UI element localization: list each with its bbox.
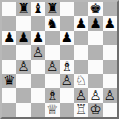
piece-black-pawn: ♟ [18, 31, 30, 44]
square-d7[interactable]: ♞ [45, 16, 59, 30]
square-f2[interactable]: ♙ [74, 88, 88, 102]
square-c8[interactable]: ♝ [31, 2, 45, 16]
square-a6[interactable]: ♟ [2, 31, 16, 45]
square-e8[interactable] [60, 2, 74, 16]
piece-white-knight: ♘ [75, 74, 87, 87]
square-e3[interactable]: ♙ [60, 74, 74, 88]
square-e7[interactable] [60, 16, 74, 30]
piece-black-pawn: ♟ [89, 16, 101, 29]
square-a8[interactable] [2, 2, 16, 16]
chess-diagram: ♜♝♜♚♞♟♟♟♟♟♟♟♙♙♙♗♛♙♘♗♙♙♙♕♖♔ [0, 0, 119, 119]
piece-white-king: ♔ [89, 103, 101, 116]
square-c5[interactable]: ♙ [31, 45, 45, 59]
piece-black-pawn: ♟ [32, 31, 44, 44]
square-b8[interactable]: ♜ [16, 2, 30, 16]
piece-white-bishop: ♗ [46, 88, 58, 101]
piece-white-queen: ♕ [46, 103, 58, 116]
square-f1[interactable]: ♖ [74, 103, 88, 117]
square-e5[interactable] [60, 45, 74, 59]
piece-white-pawn: ♙ [89, 88, 101, 101]
piece-black-pawn: ♟ [61, 31, 73, 44]
square-h7[interactable]: ♟ [103, 16, 117, 30]
square-d6[interactable] [45, 31, 59, 45]
piece-white-pawn: ♙ [61, 74, 73, 87]
square-h3[interactable] [103, 74, 117, 88]
piece-black-rook: ♜ [46, 2, 58, 15]
square-f7[interactable]: ♟ [74, 16, 88, 30]
piece-white-pawn: ♙ [46, 60, 58, 73]
piece-black-king: ♚ [89, 2, 101, 15]
square-f3[interactable]: ♘ [74, 74, 88, 88]
square-a1[interactable] [2, 103, 16, 117]
square-h6[interactable] [103, 31, 117, 45]
square-e1[interactable] [60, 103, 74, 117]
square-f8[interactable] [74, 2, 88, 16]
piece-white-pawn: ♙ [32, 45, 44, 58]
square-g2[interactable]: ♙ [88, 88, 102, 102]
square-b4[interactable]: ♙ [16, 60, 30, 74]
square-b6[interactable]: ♟ [16, 31, 30, 45]
piece-black-queen: ♛ [3, 74, 15, 87]
square-h5[interactable] [103, 45, 117, 59]
square-d1[interactable]: ♕ [45, 103, 59, 117]
square-c2[interactable] [31, 88, 45, 102]
chess-board: ♜♝♜♚♞♟♟♟♟♟♟♟♙♙♙♗♛♙♘♗♙♙♙♕♖♔ [0, 0, 119, 119]
square-g7[interactable]: ♟ [88, 16, 102, 30]
square-e6[interactable]: ♟ [60, 31, 74, 45]
square-c3[interactable] [31, 74, 45, 88]
square-h4[interactable] [103, 60, 117, 74]
square-g3[interactable] [88, 74, 102, 88]
square-b3[interactable] [16, 74, 30, 88]
square-f5[interactable] [74, 45, 88, 59]
piece-white-pawn: ♙ [104, 88, 116, 101]
square-d4[interactable]: ♙ [45, 60, 59, 74]
square-c7[interactable] [31, 16, 45, 30]
square-b5[interactable] [16, 45, 30, 59]
square-c6[interactable]: ♟ [31, 31, 45, 45]
square-h2[interactable]: ♙ [103, 88, 117, 102]
square-g8[interactable]: ♚ [88, 2, 102, 16]
square-d8[interactable]: ♜ [45, 2, 59, 16]
square-b2[interactable] [16, 88, 30, 102]
square-e2[interactable] [60, 88, 74, 102]
square-g4[interactable] [88, 60, 102, 74]
square-d3[interactable] [45, 74, 59, 88]
square-a2[interactable] [2, 88, 16, 102]
piece-black-bishop: ♝ [32, 2, 44, 15]
square-h8[interactable] [103, 2, 117, 16]
square-c1[interactable] [31, 103, 45, 117]
square-d2[interactable]: ♗ [45, 88, 59, 102]
square-e4[interactable]: ♗ [60, 60, 74, 74]
square-f6[interactable] [74, 31, 88, 45]
square-a5[interactable] [2, 45, 16, 59]
square-c4[interactable] [31, 60, 45, 74]
square-d5[interactable] [45, 45, 59, 59]
piece-black-pawn: ♟ [75, 16, 87, 29]
square-b7[interactable] [16, 16, 30, 30]
square-g5[interactable] [88, 45, 102, 59]
square-f4[interactable] [74, 60, 88, 74]
square-g1[interactable]: ♔ [88, 103, 102, 117]
piece-black-pawn: ♟ [104, 16, 116, 29]
square-g6[interactable] [88, 31, 102, 45]
piece-black-knight: ♞ [46, 16, 58, 29]
square-a7[interactable] [2, 16, 16, 30]
square-h1[interactable] [103, 103, 117, 117]
piece-white-pawn: ♙ [75, 88, 87, 101]
square-a4[interactable] [2, 60, 16, 74]
piece-white-rook: ♖ [75, 103, 87, 116]
piece-black-rook: ♜ [18, 2, 30, 15]
piece-white-bishop: ♗ [61, 60, 73, 73]
square-a3[interactable]: ♛ [2, 74, 16, 88]
piece-black-pawn: ♟ [3, 31, 15, 44]
piece-white-pawn: ♙ [18, 60, 30, 73]
square-b1[interactable] [16, 103, 30, 117]
